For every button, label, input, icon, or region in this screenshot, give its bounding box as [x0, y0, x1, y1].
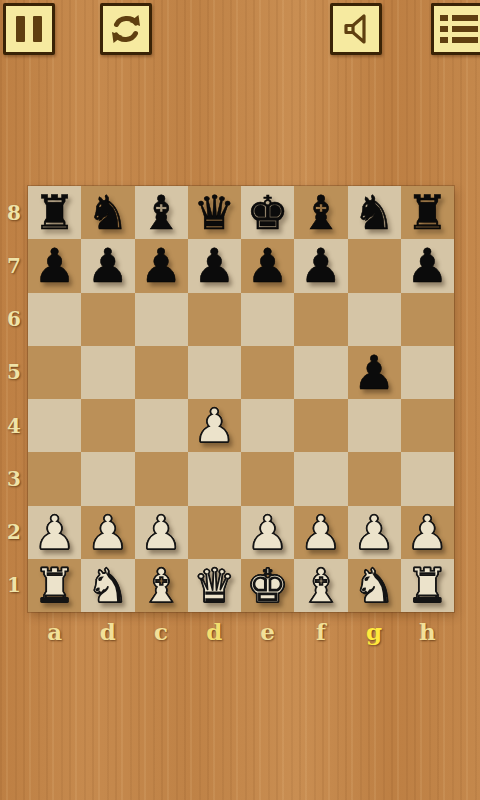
file-label-f: f	[294, 613, 347, 649]
piece-white-pawn[interactable]: ♟	[406, 509, 448, 556]
square-f8[interactable]: ♝	[294, 186, 347, 239]
file-label-g: g	[348, 613, 401, 649]
square-h8[interactable]: ♜	[401, 186, 454, 239]
square-b1[interactable]: ♞	[81, 559, 134, 612]
square-f5[interactable]	[294, 346, 347, 399]
square-b6[interactable]	[81, 293, 134, 346]
rank-label-2: 2	[0, 506, 28, 559]
square-b5[interactable]	[81, 346, 134, 399]
square-c2[interactable]: ♟	[135, 506, 188, 559]
piece-white-rook[interactable]: ♜	[406, 562, 448, 609]
square-c1[interactable]: ♝	[135, 559, 188, 612]
square-c3[interactable]	[135, 452, 188, 505]
piece-white-pawn[interactable]: ♟	[34, 509, 76, 556]
piece-white-pawn[interactable]: ♟	[193, 402, 235, 449]
rank-label-5: 5	[0, 346, 28, 399]
piece-black-knight[interactable]: ♞	[353, 189, 395, 236]
piece-black-pawn[interactable]: ♟	[247, 242, 289, 289]
square-h1[interactable]: ♜	[401, 559, 454, 612]
file-label-e: e	[241, 613, 294, 649]
square-a1[interactable]: ♜	[28, 559, 81, 612]
file-label-d: d	[188, 613, 241, 649]
square-e4[interactable]	[241, 399, 294, 452]
piece-white-pawn[interactable]: ♟	[300, 509, 342, 556]
square-b4[interactable]	[81, 399, 134, 452]
piece-white-bishop[interactable]: ♝	[300, 562, 342, 609]
menu-button[interactable]	[431, 3, 480, 55]
piece-white-bishop[interactable]: ♝	[140, 562, 182, 609]
square-e6[interactable]	[241, 293, 294, 346]
square-b7[interactable]: ♟	[81, 239, 134, 292]
piece-black-knight[interactable]: ♞	[87, 189, 129, 236]
piece-black-rook[interactable]: ♜	[406, 189, 448, 236]
piece-black-bishop[interactable]: ♝	[140, 189, 182, 236]
square-d1[interactable]: ♛	[188, 559, 241, 612]
piece-white-rook[interactable]: ♜	[34, 562, 76, 609]
piece-black-pawn[interactable]: ♟	[34, 242, 76, 289]
piece-white-pawn[interactable]: ♟	[140, 509, 182, 556]
square-h6[interactable]	[401, 293, 454, 346]
sound-button[interactable]	[330, 3, 382, 55]
square-f6[interactable]	[294, 293, 347, 346]
rank-label-8: 8	[0, 186, 28, 239]
speaker-icon	[338, 11, 374, 47]
square-e3[interactable]	[241, 452, 294, 505]
square-h4[interactable]	[401, 399, 454, 452]
file-labels: adcdefgh	[28, 613, 454, 649]
file-label-c: c	[135, 613, 188, 649]
square-c6[interactable]	[135, 293, 188, 346]
square-g2[interactable]: ♟	[348, 506, 401, 559]
square-e7[interactable]: ♟	[241, 239, 294, 292]
square-g7[interactable]	[348, 239, 401, 292]
piece-black-pawn[interactable]: ♟	[353, 349, 395, 396]
square-g8[interactable]: ♞	[348, 186, 401, 239]
square-g3[interactable]	[348, 452, 401, 505]
square-f3[interactable]	[294, 452, 347, 505]
square-a4[interactable]	[28, 399, 81, 452]
square-e2[interactable]: ♟	[241, 506, 294, 559]
piece-white-pawn[interactable]: ♟	[87, 509, 129, 556]
square-b2[interactable]: ♟	[81, 506, 134, 559]
square-g6[interactable]	[348, 293, 401, 346]
square-d4[interactable]: ♟	[188, 399, 241, 452]
square-d7[interactable]: ♟	[188, 239, 241, 292]
square-f2[interactable]: ♟	[294, 506, 347, 559]
piece-black-pawn[interactable]: ♟	[406, 242, 448, 289]
rank-label-7: 7	[0, 239, 28, 292]
square-c7[interactable]: ♟	[135, 239, 188, 292]
square-b3[interactable]	[81, 452, 134, 505]
square-g4[interactable]	[348, 399, 401, 452]
rotate-icon	[108, 11, 144, 47]
square-a3[interactable]	[28, 452, 81, 505]
square-d6[interactable]	[188, 293, 241, 346]
file-label-h: h	[401, 613, 454, 649]
rank-label-4: 4	[0, 399, 28, 452]
rank-labels: 87654321	[0, 186, 28, 612]
square-a2[interactable]: ♟	[28, 506, 81, 559]
piece-white-pawn[interactable]: ♟	[353, 509, 395, 556]
menu-icon	[440, 15, 478, 43]
piece-black-queen[interactable]: ♛	[193, 189, 235, 236]
square-g5[interactable]: ♟	[348, 346, 401, 399]
rank-label-3: 3	[0, 452, 28, 505]
square-h3[interactable]	[401, 452, 454, 505]
square-g1[interactable]: ♞	[348, 559, 401, 612]
piece-white-pawn[interactable]: ♟	[247, 509, 289, 556]
rank-label-6: 6	[0, 293, 28, 346]
pause-icon	[16, 16, 42, 42]
square-a7[interactable]: ♟	[28, 239, 81, 292]
file-label-b: d	[81, 613, 134, 649]
piece-white-knight[interactable]: ♞	[353, 562, 395, 609]
piece-black-pawn[interactable]: ♟	[87, 242, 129, 289]
piece-black-bishop[interactable]: ♝	[300, 189, 342, 236]
square-h5[interactable]	[401, 346, 454, 399]
square-e8[interactable]: ♚	[241, 186, 294, 239]
square-d8[interactable]: ♛	[188, 186, 241, 239]
piece-black-pawn[interactable]: ♟	[300, 242, 342, 289]
square-d3[interactable]	[188, 452, 241, 505]
square-h2[interactable]: ♟	[401, 506, 454, 559]
square-c8[interactable]: ♝	[135, 186, 188, 239]
square-h7[interactable]: ♟	[401, 239, 454, 292]
piece-black-pawn[interactable]: ♟	[140, 242, 182, 289]
square-c5[interactable]	[135, 346, 188, 399]
piece-white-knight[interactable]: ♞	[87, 562, 129, 609]
square-c4[interactable]	[135, 399, 188, 452]
pause-button[interactable]	[3, 3, 55, 55]
square-b8[interactable]: ♞	[81, 186, 134, 239]
square-a5[interactable]	[28, 346, 81, 399]
square-a8[interactable]: ♜	[28, 186, 81, 239]
piece-black-king[interactable]: ♚	[247, 189, 289, 236]
piece-black-rook[interactable]: ♜	[34, 189, 76, 236]
square-f4[interactable]	[294, 399, 347, 452]
square-e5[interactable]	[241, 346, 294, 399]
chess-board: ♜♞♝♛♚♝♞♜♟♟♟♟♟♟♟♟♟♟♟♟♟♟♟♟♜♞♝♛♚♝♞♜	[28, 186, 454, 612]
piece-white-king[interactable]: ♚	[247, 562, 289, 609]
square-e1[interactable]: ♚	[241, 559, 294, 612]
piece-white-queen[interactable]: ♛	[193, 562, 235, 609]
square-f7[interactable]: ♟	[294, 239, 347, 292]
rotate-button[interactable]	[100, 3, 152, 55]
rank-label-1: 1	[0, 559, 28, 612]
square-d5[interactable]	[188, 346, 241, 399]
square-f1[interactable]: ♝	[294, 559, 347, 612]
piece-black-pawn[interactable]: ♟	[193, 242, 235, 289]
file-label-a: a	[28, 613, 81, 649]
square-a6[interactable]	[28, 293, 81, 346]
square-d2[interactable]	[188, 506, 241, 559]
